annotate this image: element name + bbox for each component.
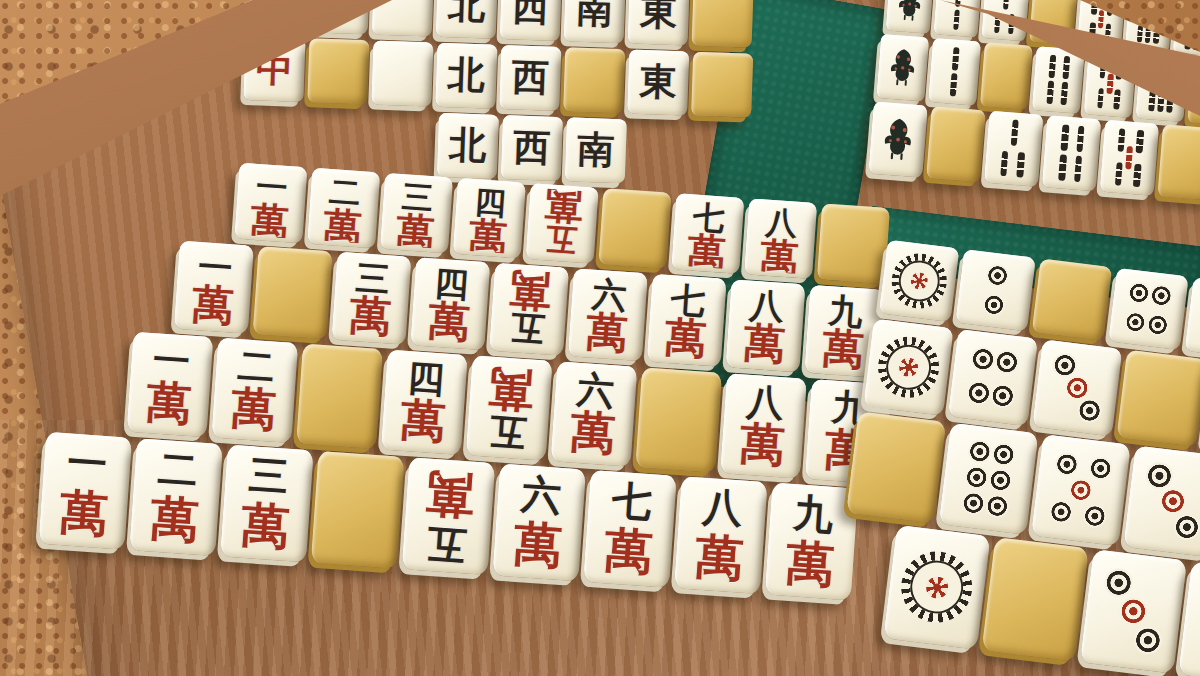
man-glyph: 萬 (467, 217, 508, 254)
man-glyph: 萬 (686, 232, 727, 269)
bamboo-stick (1117, 129, 1125, 152)
tile-back[interactable] (846, 411, 946, 523)
number-glyph: 六 (576, 368, 616, 411)
man-glyph: 萬 (399, 398, 447, 449)
tile-Wh[interactable] (372, 0, 434, 37)
tile-row: 中北西東 (243, 36, 757, 118)
tile-2p[interactable] (955, 249, 1035, 331)
tile-6s[interactable] (1125, 0, 1173, 53)
big-circle-flower (898, 357, 919, 378)
number-glyph: 七 (692, 198, 726, 234)
circle-pip (1158, 487, 1187, 516)
tile-back[interactable] (691, 52, 753, 118)
circle-pip (1132, 624, 1163, 655)
bamboo-stick (950, 73, 958, 96)
peacock-bird-icon (879, 112, 916, 166)
tile-back[interactable] (253, 246, 333, 339)
tile-8m[interactable]: 八萬 (720, 373, 807, 478)
bamboo-stick (1153, 26, 1160, 44)
tile-2m[interactable]: 二萬 (307, 168, 380, 249)
bamboo-stick (1155, 3, 1162, 21)
tile-3s[interactable] (981, 0, 1029, 41)
character-tiles-block: 一萬二萬三萬四萬五萬七萬八萬一萬三萬四萬五萬六萬七萬八萬九萬一萬二萬四萬五萬六萬… (30, 150, 904, 608)
tile-1p[interactable] (879, 240, 959, 322)
bamboo-stick (1060, 82, 1068, 105)
bamboo-stick (1116, 59, 1123, 80)
circle-pip (1172, 512, 1200, 541)
circle-pip (1088, 456, 1113, 481)
tile-4s[interactable] (1032, 46, 1085, 114)
tile-N[interactable]: 北 (436, 0, 498, 39)
circle-pip (967, 439, 992, 464)
number-glyph: 一 (152, 338, 192, 381)
tile-7s[interactable] (1173, 0, 1200, 56)
tile-W[interactable]: 西 (501, 115, 563, 181)
bamboo-stick (1125, 146, 1133, 169)
tile-S[interactable]: 南 (565, 117, 627, 183)
bamboo-stick (1011, 120, 1019, 146)
tile-3p[interactable] (1032, 339, 1122, 436)
honor-glyph: 北 (447, 57, 485, 95)
bamboo-stick (1098, 10, 1105, 28)
circle-pip (1149, 284, 1173, 308)
circle-pip (994, 348, 1021, 375)
bamboo-stick (1058, 154, 1066, 180)
man-glyph: 萬 (190, 284, 234, 329)
tile-4s[interactable] (1042, 115, 1101, 191)
tile-6p[interactable] (939, 423, 1039, 535)
number-glyph: 九 (827, 291, 864, 331)
tile-back[interactable] (1029, 0, 1077, 45)
tile-3m[interactable]: 三萬 (380, 173, 453, 254)
tile-1p[interactable] (863, 319, 953, 416)
circle-pip (1054, 452, 1079, 477)
tile-back[interactable] (307, 38, 369, 104)
honor-glyph: 東 (639, 63, 677, 101)
tile-back[interactable] (926, 106, 985, 182)
man-glyph: 萬 (568, 410, 616, 461)
man-glyph: 萬 (543, 187, 584, 224)
tile-2m[interactable]: 二萬 (129, 438, 223, 556)
honor-glyph: 中 (256, 0, 294, 18)
bamboo-stick (1104, 24, 1111, 42)
man-glyph: 萬 (229, 386, 277, 437)
tile-back[interactable] (563, 47, 625, 113)
number-glyph: 八 (765, 203, 799, 239)
tile-G[interactable]: 發 (308, 0, 370, 34)
big-circle-pip (875, 333, 943, 401)
tile-1m[interactable]: 一萬 (38, 432, 132, 550)
bamboo-stick (1195, 5, 1200, 19)
number-glyph: 四 (406, 356, 446, 399)
circle-pip (1082, 503, 1107, 528)
bamboo-stick (1159, 65, 1166, 86)
honor-glyph: 南 (577, 131, 615, 169)
circle-pip (1068, 477, 1093, 502)
bamboo-stick (1076, 126, 1084, 152)
number-glyph: 二 (237, 344, 277, 387)
tile-R[interactable]: 中 (244, 0, 306, 32)
tile-5m[interactable]: 五萬 (466, 355, 553, 460)
circle-pip (965, 380, 992, 407)
tile-3p[interactable] (1080, 549, 1187, 674)
circle-pip (1118, 596, 1149, 627)
tile-W[interactable]: 西 (500, 0, 562, 41)
bamboo-stick (1074, 156, 1082, 182)
bamboo-stick (1133, 164, 1141, 187)
man-glyph: 萬 (348, 295, 392, 340)
tile-4m[interactable]: 四萬 (453, 178, 526, 259)
man-glyph: 萬 (784, 539, 836, 594)
bamboo-stick (1113, 89, 1120, 110)
tile-1m[interactable]: 一萬 (174, 241, 254, 334)
tile-E[interactable]: 東 (628, 0, 690, 45)
circle-pip (964, 465, 989, 490)
tile-1s[interactable] (876, 34, 929, 102)
bamboo-stick (1186, 22, 1192, 36)
tile-6s[interactable] (1135, 54, 1188, 122)
number-glyph: 七 (670, 280, 707, 320)
big-circle-ring (897, 258, 942, 303)
tile-8m[interactable]: 八萬 (725, 279, 805, 372)
tile-back[interactable] (1117, 350, 1200, 447)
number-glyph: 一 (255, 168, 289, 204)
number-glyph: 三 (248, 452, 291, 499)
tile-0m[interactable]: 五萬 (526, 183, 599, 264)
honor-glyph: 西 (511, 59, 549, 97)
honor-glyph: 西 (511, 0, 549, 27)
number-glyph: 六 (520, 471, 563, 518)
man-glyph: 萬 (395, 212, 436, 249)
bamboo-stick (1147, 2, 1154, 20)
man-glyph: 萬 (738, 422, 786, 473)
tile-back[interactable] (598, 188, 671, 269)
tile-4p[interactable] (1108, 268, 1188, 350)
bamboo-stick (1003, 0, 1010, 10)
tile-6m[interactable]: 六萬 (492, 464, 586, 582)
man-glyph: 萬 (239, 501, 291, 556)
bamboo-stick (1136, 130, 1144, 153)
man-glyph: 萬 (149, 494, 201, 549)
bamboo-stick (955, 0, 962, 7)
tile-back[interactable] (1157, 124, 1200, 200)
bamboo-stick (1150, 64, 1157, 85)
big-circle-ring (883, 342, 933, 392)
honor-glyph: 中 (255, 50, 293, 88)
tile-5m[interactable]: 五萬 (489, 263, 569, 356)
big-circle-flower (925, 575, 950, 600)
big-circle-flower (910, 271, 929, 290)
tile-4m[interactable]: 四萬 (381, 349, 468, 454)
number-glyph: 一 (197, 247, 234, 287)
tile-7m[interactable]: 七萬 (671, 193, 744, 274)
number-glyph: 七 (611, 477, 654, 524)
big-circle-pip (889, 250, 950, 311)
number-glyph: 八 (745, 380, 785, 423)
tile-E[interactable]: 東 (627, 49, 689, 115)
bamboo-stick (1192, 36, 1198, 50)
tile-1p[interactable] (883, 525, 990, 650)
bamboo-stick (1136, 25, 1143, 43)
tile-7m[interactable]: 七萬 (647, 274, 727, 367)
man-glyph: 萬 (144, 380, 192, 431)
tile-8m[interactable]: 八萬 (674, 476, 768, 594)
number-glyph: 四 (433, 263, 470, 303)
number-glyph: 六 (591, 274, 628, 314)
circle-pip (1051, 352, 1078, 379)
tile-5s[interactable] (1100, 120, 1159, 196)
man-glyph: 萬 (693, 532, 745, 587)
big-circle-pip (897, 547, 977, 627)
man-glyph: 萬 (584, 311, 628, 356)
circle-pip (982, 293, 1006, 317)
tile-5p[interactable] (1031, 434, 1131, 546)
tile-1m[interactable]: 一萬 (127, 332, 214, 437)
number-glyph: 三 (401, 178, 435, 214)
bamboo-stick (1185, 36, 1191, 50)
tile-1s[interactable] (868, 102, 927, 178)
tile-4p[interactable] (948, 329, 1038, 426)
tile-3p[interactable] (1123, 445, 1200, 557)
tile-6m[interactable]: 六萬 (568, 268, 648, 361)
circle-pip (991, 442, 1016, 467)
bamboo-stick (1157, 91, 1164, 112)
number-glyph: 三 (355, 258, 392, 298)
number-glyph: 八 (701, 484, 744, 531)
bamboo-stick (1061, 125, 1069, 151)
circle-pip (990, 383, 1017, 410)
honor-glyph: 北 (448, 0, 486, 25)
circle-pip (985, 264, 1009, 288)
circle-pip (985, 493, 1010, 518)
number-glyph: 九 (792, 490, 835, 537)
number-glyph: 八 (749, 285, 786, 325)
man-glyph: 萬 (663, 317, 707, 362)
tile-2s[interactable] (933, 0, 981, 38)
circle-pip (1103, 567, 1134, 598)
bamboo-stick (1097, 88, 1104, 109)
circle-pip (1146, 313, 1170, 337)
tile-5s[interactable] (1077, 0, 1125, 49)
bamboo-stick (1048, 55, 1056, 78)
tile-W[interactable]: 西 (499, 45, 561, 111)
bamboo-stick (1145, 25, 1152, 43)
honor-glyph: 東 (639, 0, 677, 32)
tile-1m[interactable]: 一萬 (234, 163, 307, 244)
bamboo-stick (1099, 58, 1106, 79)
bamboo-stick (1046, 81, 1054, 104)
tile-S[interactable]: 南 (564, 0, 626, 43)
honor-glyph: 北 (449, 127, 487, 165)
tile-R[interactable]: 中 (243, 36, 305, 102)
circle-pip (1076, 397, 1103, 424)
man-glyph: 萬 (508, 268, 552, 313)
bamboo-stick (1091, 0, 1098, 15)
man-glyph: 萬 (249, 202, 290, 239)
circle-pip (1127, 281, 1151, 305)
tile-3s[interactable] (984, 111, 1043, 187)
honor-glyph: 發 (320, 0, 358, 20)
man-glyph: 萬 (424, 464, 476, 519)
man-glyph: 萬 (742, 322, 786, 367)
honor-glyph: 南 (575, 0, 613, 29)
man-glyph: 萬 (759, 237, 800, 274)
tile-Wh[interactable] (371, 40, 433, 106)
circle-tiles-block (825, 238, 1200, 676)
man-glyph: 萬 (487, 362, 535, 413)
tile-7m[interactable]: 七萬 (583, 470, 677, 588)
tile-back[interactable] (982, 537, 1089, 662)
man-glyph: 萬 (427, 300, 471, 345)
bamboo-stick (1148, 90, 1155, 111)
tile-2m[interactable]: 二萬 (211, 338, 298, 443)
bamboo-stick (1138, 2, 1145, 20)
peacock-bird-icon (895, 0, 925, 25)
bamboo-stick (1115, 162, 1123, 185)
tile-8m[interactable]: 八萬 (744, 198, 817, 279)
peacock-bird-icon (886, 44, 919, 92)
honor-tiles-block: 中發北西南東中北西東北西南 (239, 0, 760, 194)
bamboo-stick (1017, 152, 1025, 178)
bamboo-stick (1166, 92, 1173, 113)
circle-pip (1145, 461, 1174, 490)
bamboo-stick (1168, 65, 1175, 86)
circle-pip (1049, 499, 1074, 524)
man-glyph: 萬 (322, 207, 363, 244)
big-circle-ring (907, 558, 966, 617)
tile-back[interactable] (1032, 258, 1112, 340)
bamboo-stick (1062, 56, 1070, 79)
number-glyph: 二 (328, 173, 362, 209)
circle-pip (961, 490, 986, 515)
tile-back[interactable] (980, 42, 1033, 110)
bamboo-stick (952, 47, 960, 70)
tile-5m[interactable]: 五萬 (402, 457, 496, 575)
tile-back[interactable] (1187, 58, 1200, 126)
tile-back[interactable] (311, 451, 405, 569)
tile-3m[interactable]: 三萬 (331, 252, 411, 345)
honor-glyph: 西 (513, 129, 551, 167)
bamboo-stick (953, 9, 960, 30)
circle-pip (988, 467, 1013, 492)
man-glyph: 萬 (512, 520, 564, 575)
tile-2s[interactable] (928, 38, 981, 106)
tile-N[interactable]: 北 (435, 43, 497, 109)
number-glyph: 五 (488, 411, 528, 454)
number-glyph: 二 (157, 445, 200, 492)
circle-pip (1124, 310, 1148, 334)
number-glyph: 五 (544, 222, 578, 258)
number-glyph: 四 (474, 183, 508, 219)
number-glyph: 一 (66, 439, 109, 486)
bamboo-stick (1106, 74, 1113, 95)
tile-6m[interactable]: 六萬 (550, 361, 637, 466)
bamboo-stick (994, 13, 1001, 34)
tile-back[interactable] (691, 0, 753, 48)
number-glyph: 五 (425, 521, 468, 568)
number-glyph: 五 (509, 310, 546, 350)
bamboo-stick (1089, 23, 1096, 41)
tile-1s[interactable] (886, 0, 934, 34)
tile-3m[interactable]: 三萬 (220, 445, 314, 563)
tile-5s[interactable] (1084, 50, 1137, 118)
bamboo-stick (1106, 0, 1113, 16)
circle-pip (969, 345, 996, 372)
bamboo-stick (1000, 150, 1008, 176)
bamboo-stick (1008, 14, 1015, 35)
man-glyph: 萬 (602, 526, 654, 581)
tile-4m[interactable]: 四萬 (410, 257, 490, 350)
bamboo-stick (1193, 22, 1199, 36)
tile-back[interactable] (296, 344, 383, 449)
man-glyph: 萬 (58, 488, 110, 543)
carpet-background: 中發北西南東中北西東北西南 一萬二萬三萬四萬五萬七萬八萬一萬三萬四萬五萬六萬七萬… (0, 0, 1200, 676)
tile-N[interactable]: 北 (437, 113, 499, 179)
tile-back[interactable] (635, 367, 722, 472)
